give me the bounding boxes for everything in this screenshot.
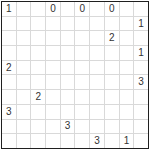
grid-cell[interactable] [2,134,16,148]
grid-cell[interactable]: 1 [134,46,148,60]
grid-cell[interactable] [105,90,119,104]
grid-cell[interactable] [46,120,60,134]
grid-cell[interactable] [31,2,45,16]
grid-cell[interactable]: 1 [2,2,16,16]
grid-cell[interactable] [46,46,60,60]
grid-cell[interactable] [75,75,89,89]
grid-cell[interactable] [31,134,45,148]
grid-cell[interactable] [134,90,148,104]
grid-cell[interactable]: 2 [105,31,119,45]
grid-cell[interactable] [105,105,119,119]
grid-cell[interactable] [75,46,89,60]
grid-cell[interactable] [61,75,75,89]
grid-cell[interactable] [2,120,16,134]
grid-cell[interactable] [61,61,75,75]
grid-cell[interactable] [75,134,89,148]
grid-cell[interactable] [17,31,31,45]
grid-cell[interactable] [120,17,134,31]
grid-cell[interactable] [90,17,104,31]
grid-cell[interactable]: 0 [105,2,119,16]
grid-cell[interactable]: 1 [120,134,134,148]
grid-cell[interactable] [2,90,16,104]
grid-cell[interactable] [31,61,45,75]
grid-cell[interactable] [90,75,104,89]
grid-cell[interactable] [31,105,45,119]
grid-cell[interactable] [17,134,31,148]
grid-cell[interactable] [75,31,89,45]
grid-cell[interactable] [105,46,119,60]
grid-cell[interactable] [134,120,148,134]
grid-cell[interactable] [61,46,75,60]
grid-cell[interactable]: 3 [2,105,16,119]
grid-cell[interactable] [61,31,75,45]
grid-cell[interactable] [17,2,31,16]
grid-cell[interactable] [134,105,148,119]
grid-cell[interactable] [31,17,45,31]
grid-cell[interactable] [17,120,31,134]
grid-cell[interactable] [31,46,45,60]
grid-cell[interactable] [105,75,119,89]
grid-cell[interactable] [90,2,104,16]
grid-cell[interactable] [61,105,75,119]
grid-cell[interactable] [75,17,89,31]
grid-cell[interactable] [75,90,89,104]
grid-cell[interactable] [120,31,134,45]
grid-cell[interactable] [17,75,31,89]
grid-cell[interactable] [2,75,16,89]
grid-cell[interactable] [17,90,31,104]
grid-cell[interactable] [90,46,104,60]
grid-cell[interactable] [105,17,119,31]
grid-cell[interactable] [120,46,134,60]
grid-cell[interactable]: 2 [31,90,45,104]
grid-cell[interactable] [17,61,31,75]
grid-cell[interactable] [46,17,60,31]
grid-cell[interactable] [134,31,148,45]
grid-cell[interactable]: 1 [134,17,148,31]
grid-cell[interactable] [90,105,104,119]
grid-cell[interactable]: 0 [75,2,89,16]
grid-cell[interactable] [120,75,134,89]
grid-cell[interactable] [61,2,75,16]
grid-cell[interactable] [75,61,89,75]
grid-cell[interactable] [17,105,31,119]
grid-cell[interactable] [120,120,134,134]
grid-cell[interactable] [134,134,148,148]
grid-cell[interactable] [17,17,31,31]
grid-cell[interactable] [2,31,16,45]
grid-cell[interactable] [46,75,60,89]
grid-cell[interactable] [105,61,119,75]
grid-cell[interactable] [61,134,75,148]
grid-cell[interactable] [120,105,134,119]
grid-cell[interactable] [120,90,134,104]
grid-cell[interactable] [90,61,104,75]
puzzle-grid: 10001212323331 [1,1,149,149]
grid-cell[interactable] [120,2,134,16]
grid-cell[interactable] [105,120,119,134]
grid-cell[interactable] [61,17,75,31]
grid-cell[interactable] [46,90,60,104]
grid-cell[interactable]: 3 [134,75,148,89]
grid-cell[interactable] [134,61,148,75]
grid-cell[interactable] [46,134,60,148]
grid-cell[interactable] [46,105,60,119]
grid-cell[interactable] [46,31,60,45]
grid-cell[interactable] [75,105,89,119]
grid-cell[interactable] [90,31,104,45]
grid-cell[interactable] [90,120,104,134]
grid-cell[interactable] [2,46,16,60]
grid-cell[interactable]: 0 [46,2,60,16]
grid-cell[interactable] [75,120,89,134]
grid-cell[interactable] [31,120,45,134]
grid-cell[interactable] [90,90,104,104]
grid-cell[interactable] [31,31,45,45]
grid-cell[interactable] [17,46,31,60]
grid-cell[interactable]: 2 [2,61,16,75]
grid-cell[interactable] [134,2,148,16]
grid-cell[interactable] [61,90,75,104]
grid-cell[interactable] [120,61,134,75]
grid-cell[interactable]: 3 [90,134,104,148]
grid-cell[interactable] [31,75,45,89]
grid-cell[interactable] [105,134,119,148]
grid-cell[interactable]: 3 [61,120,75,134]
grid-cell[interactable] [46,61,60,75]
grid-cell[interactable] [2,17,16,31]
